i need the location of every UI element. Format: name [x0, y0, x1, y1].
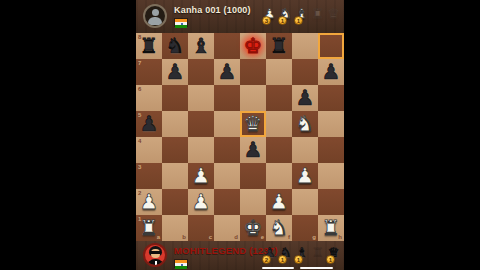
square-f3[interactable]	[266, 163, 292, 189]
capture-count-coin: 1	[278, 16, 287, 25]
screenshot-stage: Kanha 001 (1000) ♟3♞1♝1♜♛ 8♜♞♝♚♜7♟♟♟6♟5♟…	[0, 0, 480, 270]
square-c5[interactable]	[188, 111, 214, 137]
square-g7[interactable]	[292, 59, 318, 85]
black-pawn[interactable]: ♟	[318, 59, 344, 85]
captured-black-queen: ♛1	[326, 245, 341, 264]
player-name: MOHITLEGEND	[174, 245, 246, 256]
black-pawn[interactable]: ♟	[240, 137, 266, 163]
square-h8[interactable]	[318, 33, 344, 59]
square-g3[interactable]: ♟	[292, 163, 318, 189]
square-e2[interactable]	[240, 189, 266, 215]
black-rook-icon: ♜	[312, 245, 324, 264]
white-pawn[interactable]: ♟	[292, 163, 318, 189]
square-b3[interactable]	[162, 163, 188, 189]
capture-count-coin: 1	[326, 255, 335, 264]
india-flag-icon	[174, 18, 188, 27]
square-b4[interactable]	[162, 137, 188, 163]
square-d7[interactable]: ♟	[214, 59, 240, 85]
captured-black-knight: ♞1	[278, 245, 293, 264]
flag-chakra	[181, 23, 183, 25]
square-d6[interactable]	[214, 85, 240, 111]
square-g1[interactable]: g	[292, 215, 318, 241]
captured-pieces-tray-bottom: ♟2♞1♝1♜♛1	[262, 245, 341, 264]
opponent-rating: (1000)	[224, 5, 251, 15]
square-e7[interactable]	[240, 59, 266, 85]
black-pawn[interactable]: ♟	[214, 59, 240, 85]
white-knight[interactable]: ♞	[266, 215, 292, 241]
rank-label-7: 7	[138, 60, 141, 66]
black-pawn[interactable]: ♟	[292, 85, 318, 111]
square-a3[interactable]: 3	[136, 163, 162, 189]
opponent-name-row: Kanha 001 (1000)	[174, 5, 251, 15]
white-pawn[interactable]: ♟	[266, 189, 292, 215]
square-a1[interactable]: 1a♜	[136, 215, 162, 241]
flag-chakra	[181, 264, 183, 266]
square-e3[interactable]	[240, 163, 266, 189]
square-e5[interactable]: ♛	[240, 111, 266, 137]
square-h4[interactable]	[318, 137, 344, 163]
square-h3[interactable]	[318, 163, 344, 189]
square-e8[interactable]: ♚	[240, 33, 266, 59]
square-h1[interactable]: h♜	[318, 215, 344, 241]
black-knight[interactable]: ♞	[162, 33, 188, 59]
captured-white-queen: ♛	[326, 6, 341, 25]
white-rook[interactable]: ♜	[136, 215, 162, 241]
person-icon	[152, 9, 159, 16]
square-a5[interactable]: 5♟	[136, 111, 162, 137]
capture-count-coin: 3	[262, 16, 271, 25]
square-f5[interactable]	[266, 111, 292, 137]
square-f7[interactable]	[266, 59, 292, 85]
square-h5[interactable]	[318, 111, 344, 137]
nav-underline	[300, 267, 333, 270]
square-b8[interactable]: ♞	[162, 33, 188, 59]
chess-app-window: Kanha 001 (1000) ♟3♞1♝1♜♛ 8♜♞♝♚♜7♟♟♟6♟5♟…	[136, 0, 344, 270]
square-c2[interactable]: ♟	[188, 189, 214, 215]
black-pawn[interactable]: ♟	[162, 59, 188, 85]
square-c1[interactable]: c	[188, 215, 214, 241]
opponent-info: Kanha 001 (1000)	[174, 5, 251, 27]
square-f4[interactable]	[266, 137, 292, 163]
opponent-bar: Kanha 001 (1000) ♟3♞1♝1♜♛	[136, 0, 344, 33]
square-a2[interactable]: 2♟	[136, 189, 162, 215]
file-label-c: c	[209, 234, 212, 240]
file-label-d: d	[234, 234, 238, 240]
square-d5[interactable]	[214, 111, 240, 137]
square-h7[interactable]: ♟	[318, 59, 344, 85]
square-f2[interactable]: ♟	[266, 189, 292, 215]
white-rook-icon: ♜	[312, 6, 324, 25]
black-pawn[interactable]: ♟	[136, 111, 162, 137]
square-c6[interactable]	[188, 85, 214, 111]
square-g8[interactable]	[292, 33, 318, 59]
square-g5[interactable]: ♞	[292, 111, 318, 137]
captured-black-pawn: ♟2	[262, 245, 277, 264]
square-e1[interactable]: e♚	[240, 215, 266, 241]
rank-label-6: 6	[138, 86, 141, 92]
chess-board: 8♜♞♝♚♜7♟♟♟6♟5♟♛♞4♟3♟♟2♟♟♟1a♜bcde♚f♞gh♜	[136, 33, 344, 241]
opponent-avatar[interactable]	[143, 4, 167, 28]
black-bishop[interactable]: ♝	[188, 33, 214, 59]
sunglasses-icon	[150, 251, 161, 254]
white-queen-icon: ♛	[328, 6, 340, 25]
captured-white-bishop: ♝1	[294, 6, 309, 25]
white-knight[interactable]: ♞	[292, 111, 318, 137]
nav-underline	[262, 267, 294, 270]
square-f6[interactable]	[266, 85, 292, 111]
capture-count-coin: 1	[278, 255, 287, 264]
captured-white-pawn: ♟3	[262, 6, 277, 25]
square-c7[interactable]	[188, 59, 214, 85]
square-c8[interactable]: ♝	[188, 33, 214, 59]
white-pawn[interactable]: ♟	[188, 189, 214, 215]
captured-white-rook: ♜	[310, 6, 325, 25]
square-a4[interactable]: 4	[136, 137, 162, 163]
square-h6[interactable]	[318, 85, 344, 111]
square-d3[interactable]	[214, 163, 240, 189]
captured-black-rook: ♜	[310, 245, 325, 264]
square-h2[interactable]	[318, 189, 344, 215]
square-f8[interactable]: ♜	[266, 33, 292, 59]
square-d2[interactable]	[214, 189, 240, 215]
capture-count-coin: 1	[294, 255, 303, 264]
square-b7[interactable]: ♟	[162, 59, 188, 85]
square-a7[interactable]: 7	[136, 59, 162, 85]
capture-count-coin: 2	[262, 255, 271, 264]
opponent-name: Kanha 001	[174, 5, 221, 15]
square-c3[interactable]: ♟	[188, 163, 214, 189]
rank-label-4: 4	[138, 138, 141, 144]
square-b1[interactable]: b	[162, 215, 188, 241]
black-king[interactable]: ♚	[240, 33, 266, 59]
white-king[interactable]: ♚	[240, 215, 266, 241]
player-avatar[interactable]	[143, 243, 167, 267]
person-icon-body	[148, 17, 162, 25]
square-g2[interactable]	[292, 189, 318, 215]
captured-black-bishop: ♝1	[294, 245, 309, 264]
square-b5[interactable]	[162, 111, 188, 137]
square-c4[interactable]	[188, 137, 214, 163]
square-d4[interactable]	[214, 137, 240, 163]
square-a6[interactable]: 6	[136, 85, 162, 111]
square-d8[interactable]	[214, 33, 240, 59]
square-e4[interactable]: ♟	[240, 137, 266, 163]
white-queen[interactable]: ♛	[240, 111, 266, 137]
white-rook[interactable]: ♜	[318, 215, 344, 241]
rank-label-3: 3	[138, 164, 141, 170]
capture-count-coin: 1	[294, 16, 303, 25]
file-label-b: b	[182, 234, 186, 240]
black-rook[interactable]: ♜	[136, 33, 162, 59]
captured-pieces-tray-top: ♟3♞1♝1♜♛	[262, 6, 341, 25]
square-g4[interactable]	[292, 137, 318, 163]
india-flag-icon	[174, 259, 188, 268]
black-rook[interactable]: ♜	[266, 33, 292, 59]
player-bar: MOHITLEGEND (1237) ♟2♞1♝1♜♛1	[136, 241, 344, 270]
square-a8[interactable]: 8♜	[136, 33, 162, 59]
square-b2[interactable]	[162, 189, 188, 215]
square-e6[interactable]	[240, 85, 266, 111]
square-g6[interactable]: ♟	[292, 85, 318, 111]
white-pawn[interactable]: ♟	[136, 189, 162, 215]
avatar-shirt	[155, 261, 158, 267]
file-label-g: g	[312, 234, 316, 240]
square-d1[interactable]: d	[214, 215, 240, 241]
white-pawn[interactable]: ♟	[188, 163, 214, 189]
square-f1[interactable]: f♞	[266, 215, 292, 241]
square-b6[interactable]	[162, 85, 188, 111]
captured-white-knight: ♞1	[278, 6, 293, 25]
